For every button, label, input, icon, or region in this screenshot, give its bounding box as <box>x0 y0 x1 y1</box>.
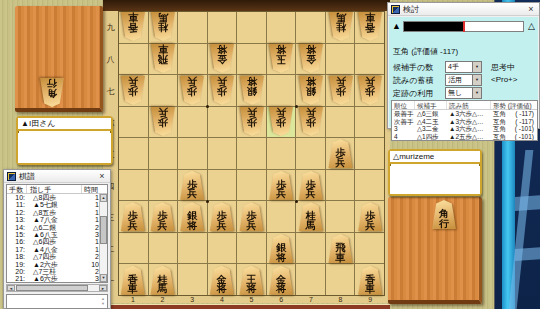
kifu-cell: △6二銀 <box>27 224 82 231</box>
scrollbar-thumb[interactable] <box>100 216 107 244</box>
kifu-row[interactable]: 20:△7三桂2秒 <box>7 268 107 275</box>
square-5-九[interactable] <box>237 12 266 43</box>
square-4-八[interactable] <box>208 44 237 75</box>
square-5-五[interactable] <box>237 138 266 169</box>
square-4-三[interactable] <box>208 201 237 232</box>
control-candidates: 候補手の数 4手 ▼ 思考中 <box>393 61 536 73</box>
candidate-cell: 互角 <box>491 133 510 141</box>
scroll-right-icon[interactable]: ► <box>99 285 107 291</box>
square-4-九[interactable] <box>208 12 237 43</box>
control-label: 読みの蓄積 <box>393 75 433 86</box>
square-6-五[interactable] <box>267 138 296 169</box>
square-2-二[interactable] <box>149 233 178 264</box>
kifu-col-time: 時間 <box>82 185 107 193</box>
piece-kanji: 角行 <box>431 200 457 229</box>
square-8-三[interactable] <box>326 201 355 232</box>
nameplate-bottom-player: △murizeme <box>388 149 482 196</box>
wallpaper-beam <box>515 247 540 261</box>
square-7-三[interactable] <box>296 201 325 232</box>
square-5-八[interactable] <box>237 44 266 75</box>
kifu-row[interactable]: 16:△6四歩1秒 <box>7 238 107 245</box>
square-6-一[interactable] <box>267 264 296 295</box>
candidate-row[interactable]: 最善手△6三銀▲3六歩△…互角( -117) <box>392 110 537 118</box>
control-label: 候補手の数 <box>393 62 433 73</box>
kifu-row[interactable]: 17:▲4八金1秒 <box>7 246 107 253</box>
kifu-row[interactable]: 15:▲6八玉3秒 <box>7 231 107 238</box>
candidate-cell: ▲3六歩△… <box>447 118 491 126</box>
square-6-三[interactable] <box>267 201 296 232</box>
joseki-dropdown[interactable]: 無し ▼ <box>445 87 482 99</box>
square-3-五[interactable] <box>178 138 207 169</box>
kifu-row[interactable]: 18:△7四歩2秒 <box>7 253 107 260</box>
square-7-七[interactable] <box>296 75 325 106</box>
square-5-三[interactable] <box>237 201 266 232</box>
nameplate-top-player: ▲I田さん <box>16 116 113 165</box>
kifu-cell: △8五歩 <box>27 209 82 216</box>
candidate-cell: △6三銀 <box>415 110 447 118</box>
candidate-cell: △1四歩 <box>415 133 447 141</box>
kifu-list-header: 手数 指し手 時間 <box>7 185 107 194</box>
kifu-cell: 20: <box>7 268 27 275</box>
evaluation-bar-row: ▲ △ <box>392 21 535 33</box>
kifu-rows: 10:△8四歩1秒11:▲5七銀1秒12:△8五歩1秒13:▲7八金1秒14:△… <box>7 194 107 283</box>
kifu-cell: 15: <box>7 231 27 238</box>
square-9-五[interactable] <box>355 138 384 169</box>
square-1-一[interactable] <box>119 264 148 295</box>
engine-name: <Pro+> <box>491 75 517 84</box>
kifu-row[interactable]: 11:▲5七銀1秒 <box>7 201 107 208</box>
kifu-window-icon <box>7 172 16 181</box>
candidate-rows: 最善手△6三銀▲3六歩△…互角( -117)次善手△4二玉▲3六歩△…互角( -… <box>392 110 537 140</box>
square-4-四[interactable] <box>208 170 237 201</box>
kifu-row[interactable]: 21:▲6六歩3秒 <box>7 275 107 282</box>
analysis-window-icon <box>391 5 400 14</box>
kifu-cell: 19: <box>7 261 27 268</box>
square-3-六[interactable] <box>178 107 207 138</box>
readings-dropdown[interactable]: 活用 ▼ <box>445 74 482 86</box>
candidate-cell: ▲3六歩△… <box>447 110 491 118</box>
player-note-bottom <box>390 166 480 194</box>
wallpaper-beam <box>515 195 540 211</box>
square-3-三[interactable] <box>178 201 207 232</box>
chevron-down-icon[interactable]: ▼ <box>472 88 481 98</box>
square-7-一[interactable] <box>296 264 325 295</box>
square-9-七[interactable] <box>355 75 384 106</box>
square-6-七[interactable] <box>267 75 296 106</box>
kifu-cell: △8四歩 <box>27 194 82 201</box>
engine-status: 思考中 <box>491 62 515 73</box>
square-8-七[interactable] <box>326 75 355 106</box>
square-8-一[interactable] <box>326 264 355 295</box>
square-9-四[interactable] <box>355 170 384 201</box>
kifu-row[interactable]: 12:△8五歩1秒 <box>7 209 107 216</box>
scroll-down-icon[interactable]: ▼ <box>100 301 106 307</box>
square-4-二[interactable] <box>208 233 237 264</box>
kifu-cell: 17: <box>7 246 27 253</box>
board-bottom-frame <box>103 304 390 309</box>
evaluation-text: 互角 (評価値 -117) <box>393 46 458 57</box>
square-9-三[interactable] <box>355 201 384 232</box>
square-7-四[interactable] <box>296 170 325 201</box>
kifu-cell: ▲6六歩 <box>27 275 82 282</box>
candidate-cell: 互角 <box>491 125 510 133</box>
kifu-cell: ▲5七銀 <box>27 201 82 208</box>
candidate-cell: 互角 <box>491 110 510 118</box>
gote-mark: △ <box>528 21 535 31</box>
shogi-board: 九八七六五四三二一123456789香車桂馬桂馬香車飛車金将玉将金将歩兵歩兵歩兵… <box>103 0 390 309</box>
control-label: 定跡の利用 <box>393 88 433 99</box>
square-5-六[interactable] <box>237 107 266 138</box>
player-name-top: ▲I田さん <box>18 118 111 131</box>
chevron-down-icon[interactable]: ▼ <box>472 75 481 85</box>
col-pv: 読み筋 <box>447 101 491 109</box>
kifu-row[interactable]: 10:△8四歩1秒 <box>7 194 107 201</box>
square-2-三[interactable] <box>149 201 178 232</box>
square-7-六[interactable] <box>296 107 325 138</box>
kifu-cell: ▲6八玉 <box>27 231 82 238</box>
scroll-up-icon[interactable]: ▲ <box>100 194 107 202</box>
scroll-down-icon[interactable]: ▼ <box>100 274 107 282</box>
kifu-vertical-scrollbar[interactable]: ▲ ▼ <box>99 194 107 282</box>
square-2-四[interactable] <box>149 170 178 201</box>
dropdown-value: 4手 <box>446 62 472 72</box>
square-3-二[interactable] <box>178 233 207 264</box>
board-top-frame <box>103 0 390 11</box>
square-5-四[interactable] <box>237 170 266 201</box>
square-3-一[interactable] <box>178 264 207 295</box>
kifu-cell: ▲7八金 <box>27 216 82 223</box>
col-eval: 形勢 (評価値) <box>491 101 537 109</box>
square-1-五[interactable] <box>119 138 148 169</box>
candidate-cell: 互角 <box>491 118 510 126</box>
dropdown-value: 無し <box>446 88 472 98</box>
square-6-九[interactable] <box>267 12 296 43</box>
analysis-title: 検討 <box>400 4 526 15</box>
chevron-down-icon[interactable]: ▼ <box>472 62 481 72</box>
candidate-cell: ( -117) <box>510 110 537 118</box>
kifu-cell: ▲2六歩 <box>27 261 82 268</box>
square-7-九[interactable] <box>296 12 325 43</box>
square-4-六[interactable] <box>208 107 237 138</box>
shogi-piece-角行[interactable]: 角行 <box>39 78 65 107</box>
kifu-comment-box[interactable]: ▲ ▼ <box>6 294 108 309</box>
square-6-二[interactable] <box>267 233 296 264</box>
analysis-window: 検討 × ▲ △ 互角 (評価値 -117) 候補手の数 4手 ▼ 思考中 <box>387 2 540 129</box>
kifu-cell: 11: <box>7 201 27 208</box>
square-8-五[interactable] <box>326 138 355 169</box>
candidate-cell: △3二金 <box>415 125 447 133</box>
evaluation-fill <box>404 22 464 31</box>
square-6-八[interactable] <box>267 44 296 75</box>
candidates-dropdown[interactable]: 4手 ▼ <box>445 61 482 73</box>
square-2-一[interactable] <box>149 264 178 295</box>
kifu-cell: 10: <box>7 194 27 201</box>
candidate-cell: 3 <box>392 125 415 133</box>
square-7-二[interactable] <box>296 233 325 264</box>
square-4-一[interactable] <box>208 264 237 295</box>
square-2-五[interactable] <box>149 138 178 169</box>
square-2-六[interactable] <box>149 107 178 138</box>
app-window: 九八七六五四三二一123456789香車桂馬桂馬香車飛車金将玉将金将歩兵歩兵歩兵… <box>0 0 540 309</box>
scrollbar-thumb[interactable] <box>16 285 88 291</box>
square-9-六[interactable] <box>355 107 384 138</box>
analysis-body: ▲ △ 互角 (評価値 -117) 候補手の数 4手 ▼ 思考中 読みの蓄積 <box>389 17 538 127</box>
candidate-moves-table[interactable]: 順位 候補手 読み筋 形勢 (評価値) 最善手△6三銀▲3六歩△…互角( -11… <box>391 100 538 141</box>
kifu-row[interactable]: 19:▲2六歩10秒 <box>7 261 107 268</box>
candidate-cell: ( -117) <box>510 118 537 126</box>
kifu-window: 棋譜 × 手数 指し手 時間 10:△8四歩1秒11:▲5七銀1秒12:△8五歩… <box>3 169 111 309</box>
square-7-八[interactable] <box>296 44 325 75</box>
player-name-bottom: △murizeme <box>390 151 480 164</box>
square-2-七[interactable] <box>149 75 178 106</box>
kifu-col-moveno: 手数 <box>7 185 27 193</box>
candidate-cell: ( -101) <box>510 133 537 141</box>
control-joseki: 定跡の利用 無し ▼ <box>393 87 536 99</box>
square-1-四[interactable] <box>119 170 148 201</box>
square-4-五[interactable] <box>208 138 237 169</box>
kifu-cell: △7三桂 <box>27 268 82 275</box>
square-7-五[interactable] <box>296 138 325 169</box>
player-note-top <box>18 133 111 163</box>
square-9-二[interactable] <box>355 233 384 264</box>
square-6-四[interactable] <box>267 170 296 201</box>
candidate-cell: 最善手 <box>392 110 415 118</box>
square-8-六[interactable] <box>326 107 355 138</box>
square-5-一[interactable] <box>237 264 266 295</box>
square-1-三[interactable] <box>119 201 148 232</box>
col-candidate: 候補手 <box>415 101 447 109</box>
control-readings: 読みの蓄積 活用 ▼ <Pro+> <box>393 74 536 86</box>
col-rank: 順位 <box>392 101 415 109</box>
sente-mark: ▲ <box>392 21 401 31</box>
square-5-七[interactable] <box>237 75 266 106</box>
evaluation-marker <box>463 21 465 32</box>
kifu-cell: 21: <box>7 275 27 282</box>
kifu-cell: 12: <box>7 209 27 216</box>
kifu-cell: 14: <box>7 224 27 231</box>
square-6-六[interactable] <box>267 107 296 138</box>
square-8-八[interactable] <box>326 44 355 75</box>
kifu-col-move: 指し手 <box>27 185 82 193</box>
kifu-cell: △7四歩 <box>27 253 82 260</box>
kifu-cell: 13: <box>7 216 27 223</box>
kifu-horizontal-scrollbar[interactable]: ◄ ► <box>6 284 108 292</box>
square-3-七[interactable] <box>178 75 207 106</box>
candidate-row[interactable]: 次善手△4二玉▲3六歩△…互角( -117) <box>392 118 537 126</box>
square-2-九[interactable] <box>149 12 178 43</box>
square-9-八[interactable] <box>355 44 384 75</box>
square-8-九[interactable] <box>326 12 355 43</box>
candidate-cell: ▲2五歩△… <box>447 133 491 141</box>
square-4-七[interactable] <box>208 75 237 106</box>
kifu-cell: ▲4八金 <box>27 246 82 253</box>
square-1-六[interactable] <box>119 107 148 138</box>
square-3-八[interactable] <box>178 44 207 75</box>
kifu-titlebar[interactable]: 棋譜 × <box>4 170 110 183</box>
square-9-一[interactable] <box>355 264 384 295</box>
square-2-八[interactable] <box>149 44 178 75</box>
analysis-titlebar[interactable]: 検討 × <box>388 3 539 16</box>
square-5-二[interactable] <box>237 233 266 264</box>
kifu-title: 棋譜 <box>16 171 97 182</box>
square-8-四[interactable] <box>326 170 355 201</box>
candidate-cell: 4 <box>392 133 415 141</box>
close-icon[interactable]: × <box>97 171 107 181</box>
candidate-cell: 次善手 <box>392 118 415 126</box>
kifu-cell: △6四歩 <box>27 238 82 245</box>
square-1-九[interactable] <box>119 12 148 43</box>
candidate-row[interactable]: 4△1四歩▲2五歩△…互角( -101) <box>392 133 537 141</box>
square-1-七[interactable] <box>119 75 148 106</box>
square-3-九[interactable] <box>178 12 207 43</box>
shogi-piece-角行[interactable]: 角行 <box>431 200 457 229</box>
kifu-move-list[interactable]: 手数 指し手 時間 10:△8四歩1秒11:▲5七銀1秒12:△8五歩1秒13:… <box>6 184 108 283</box>
scroll-left-icon[interactable]: ◄ <box>7 285 15 291</box>
kifu-row[interactable]: 13:▲7八金1秒 <box>7 216 107 223</box>
kifu-cell: 18: <box>7 253 27 260</box>
candidate-cell: ▲3六歩△… <box>447 125 491 133</box>
candidate-cell: ( -101) <box>510 125 537 133</box>
square-8-二[interactable] <box>326 233 355 264</box>
kifu-row[interactable]: 14:△6二銀2秒 <box>7 224 107 231</box>
square-9-九[interactable] <box>355 12 384 43</box>
square-3-四[interactable] <box>178 170 207 201</box>
square-1-八[interactable] <box>119 44 148 75</box>
close-icon[interactable]: × <box>526 4 536 14</box>
evaluation-bar <box>403 21 524 32</box>
candidate-cell: △4二玉 <box>415 118 447 126</box>
table-header: 順位 候補手 読み筋 形勢 (評価値) <box>392 101 537 110</box>
dropdown-value: 活用 <box>446 75 472 85</box>
board-grid[interactable] <box>118 11 385 296</box>
square-1-二[interactable] <box>119 233 148 264</box>
candidate-row[interactable]: 3△3二金▲3六歩△…互角( -101) <box>392 125 537 133</box>
piece-kanji: 角行 <box>39 78 65 107</box>
kifu-cell: 16: <box>7 238 27 245</box>
